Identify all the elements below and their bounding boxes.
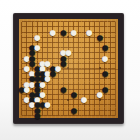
board-frame: ●●●●●●●●●●●●●●●●●●●●●●●●●●●●●●●●●●●●●●●●… xyxy=(13,13,124,124)
go-board-grid: ●●●●●●●●●●●●●●●●●●●●●●●●●●●●●●●●●●●●●●●●… xyxy=(19,19,118,118)
board-cell[interactable] xyxy=(113,113,118,118)
go-board: ●●●●●●●●●●●●●●●●●●●●●●●●●●●●●●●●●●●●●●●●… xyxy=(19,19,118,118)
